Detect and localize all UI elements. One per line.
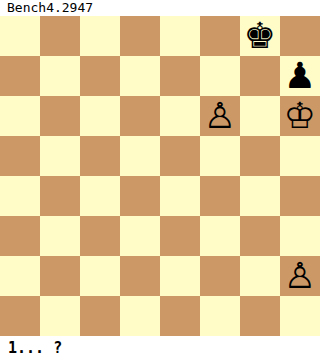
square-c4[interactable]	[80, 176, 120, 216]
square-e3[interactable]	[160, 216, 200, 256]
square-h8[interactable]	[280, 16, 320, 56]
square-c7[interactable]	[80, 56, 120, 96]
square-g7[interactable]	[240, 56, 280, 96]
square-g4[interactable]	[240, 176, 280, 216]
square-d5[interactable]	[120, 136, 160, 176]
square-b5[interactable]	[40, 136, 80, 176]
square-a1[interactable]	[0, 296, 40, 336]
square-a6[interactable]	[0, 96, 40, 136]
square-a5[interactable]	[0, 136, 40, 176]
piece-white-pawn: ♙	[284, 256, 316, 296]
square-c3[interactable]	[80, 216, 120, 256]
square-a3[interactable]	[0, 216, 40, 256]
window-title: Bench4.2947	[0, 0, 320, 16]
square-e4[interactable]	[160, 176, 200, 216]
square-e1[interactable]	[160, 296, 200, 336]
square-d7[interactable]	[120, 56, 160, 96]
square-f5[interactable]	[200, 136, 240, 176]
square-f8[interactable]	[200, 16, 240, 56]
square-f1[interactable]	[200, 296, 240, 336]
square-b7[interactable]	[40, 56, 80, 96]
square-g5[interactable]	[240, 136, 280, 176]
square-b2[interactable]	[40, 256, 80, 296]
piece-black-pawn: ♟	[284, 56, 316, 96]
square-c8[interactable]	[80, 16, 120, 56]
square-c6[interactable]	[80, 96, 120, 136]
square-g6[interactable]	[240, 96, 280, 136]
square-f6[interactable]: ♙	[200, 96, 240, 136]
square-a2[interactable]	[0, 256, 40, 296]
square-h1[interactable]	[280, 296, 320, 336]
piece-white-pawn: ♙	[204, 96, 236, 136]
square-g1[interactable]	[240, 296, 280, 336]
square-d4[interactable]	[120, 176, 160, 216]
square-a7[interactable]	[0, 56, 40, 96]
square-b1[interactable]	[40, 296, 80, 336]
square-f3[interactable]	[200, 216, 240, 256]
square-c2[interactable]	[80, 256, 120, 296]
square-e5[interactable]	[160, 136, 200, 176]
square-b6[interactable]	[40, 96, 80, 136]
square-e7[interactable]	[160, 56, 200, 96]
square-b8[interactable]	[40, 16, 80, 56]
square-f2[interactable]	[200, 256, 240, 296]
square-d6[interactable]	[120, 96, 160, 136]
square-h4[interactable]	[280, 176, 320, 216]
square-f4[interactable]	[200, 176, 240, 216]
square-h5[interactable]	[280, 136, 320, 176]
square-e6[interactable]	[160, 96, 200, 136]
square-a4[interactable]	[0, 176, 40, 216]
piece-black-king: ♚	[244, 16, 276, 56]
square-d2[interactable]	[120, 256, 160, 296]
square-h7[interactable]: ♟	[280, 56, 320, 96]
move-prompt: 1... ?	[0, 336, 320, 360]
square-f7[interactable]	[200, 56, 240, 96]
square-g8[interactable]: ♚	[240, 16, 280, 56]
square-b4[interactable]	[40, 176, 80, 216]
square-g2[interactable]	[240, 256, 280, 296]
square-c1[interactable]	[80, 296, 120, 336]
square-h6[interactable]: ♔	[280, 96, 320, 136]
square-g3[interactable]	[240, 216, 280, 256]
square-e2[interactable]	[160, 256, 200, 296]
square-a8[interactable]	[0, 16, 40, 56]
chess-board: ♚♟♙♔♙	[0, 16, 320, 336]
square-b3[interactable]	[40, 216, 80, 256]
square-d1[interactable]	[120, 296, 160, 336]
square-h2[interactable]: ♙	[280, 256, 320, 296]
square-d3[interactable]	[120, 216, 160, 256]
square-d8[interactable]	[120, 16, 160, 56]
square-h3[interactable]	[280, 216, 320, 256]
square-c5[interactable]	[80, 136, 120, 176]
square-e8[interactable]	[160, 16, 200, 56]
piece-white-king: ♔	[284, 96, 316, 136]
